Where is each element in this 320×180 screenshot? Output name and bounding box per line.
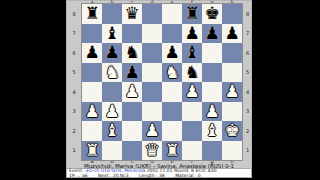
black-pawn-a6: ♟ — [84, 44, 99, 61]
black-pawn-e6: ♟ — [164, 44, 179, 61]
rank-label-4: 4 — [66, 82, 82, 102]
square-a3[interactable]: ♟ — [82, 102, 102, 122]
square-h8[interactable] — [222, 4, 242, 24]
white-pawn-h4: ♟ — [224, 83, 239, 100]
black-pawn-b6: ♟ — [104, 44, 119, 61]
square-h1[interactable] — [222, 141, 242, 161]
square-e8[interactable] — [162, 4, 182, 24]
rank-labels-left: 87654321 — [66, 4, 82, 160]
square-f1[interactable] — [182, 141, 202, 161]
rank-label-3: 3 — [66, 102, 82, 122]
square-f2[interactable] — [182, 121, 202, 141]
rank-label-3: 3 — [243, 102, 252, 122]
white-pawn-c4: ♟ — [124, 83, 139, 100]
square-b1[interactable] — [102, 141, 122, 161]
square-d6[interactable] — [142, 43, 162, 63]
square-f7[interactable]: ♟ — [182, 24, 202, 44]
black-rook-a8: ♜ — [84, 5, 99, 22]
rank-label-7: 7 — [243, 24, 252, 44]
square-a2[interactable] — [82, 121, 102, 141]
rank-labels-right: 87654321 — [243, 4, 252, 160]
square-e7[interactable] — [162, 24, 182, 44]
rank-label-5: 5 — [243, 63, 252, 83]
square-c6[interactable]: ♞ — [122, 43, 142, 63]
game-length: Length : 38 — [139, 173, 165, 178]
square-g1[interactable] — [202, 141, 222, 161]
white-knight-e5: ♞ — [164, 63, 179, 80]
square-c8[interactable]: ♛ — [122, 4, 142, 24]
square-d5[interactable] — [142, 63, 162, 83]
square-e1[interactable]: ♜ — [162, 141, 182, 161]
square-d1[interactable]: ♛ — [142, 141, 162, 161]
square-h2[interactable]: ♚ — [222, 121, 242, 141]
square-b8[interactable] — [102, 4, 122, 24]
square-g4[interactable] — [202, 82, 222, 102]
square-f3[interactable] — [182, 102, 202, 122]
white-bishop-b2: ♝ — [104, 122, 119, 139]
white-knight-b5: ♞ — [104, 63, 119, 80]
square-c1[interactable] — [122, 141, 142, 161]
black-rook-f8: ♜ — [184, 5, 199, 22]
rank-label-4: 4 — [243, 82, 252, 102]
square-f4[interactable]: ♟ — [182, 82, 202, 102]
black-pawn-g7: ♟ — [204, 24, 219, 41]
square-a7[interactable] — [82, 24, 102, 44]
rank-label-8: 8 — [243, 4, 252, 24]
square-g7[interactable]: ♟ — [202, 24, 222, 44]
black-knight-c6: ♞ — [124, 44, 139, 61]
rank-label-7: 7 — [66, 24, 82, 44]
chess-board: ♜♛♜♚♝♟♟♟♟♟♞♟♝♞♟♞♞♟♟♟♟♟♟♝♟♝♚♜♛♜ — [82, 4, 242, 160]
square-g6[interactable] — [202, 43, 222, 63]
rank-label-6: 6 — [243, 43, 252, 63]
square-c2[interactable] — [122, 121, 142, 141]
black-knight-f5: ♞ — [184, 63, 199, 80]
square-h3[interactable] — [222, 102, 242, 122]
square-d7[interactable] — [142, 24, 162, 44]
square-a5[interactable] — [82, 63, 102, 83]
white-pawn-d2: ♟ — [144, 122, 159, 139]
square-a8[interactable]: ♜ — [82, 4, 102, 24]
square-d2[interactable]: ♟ — [142, 121, 162, 141]
square-d8[interactable] — [142, 4, 162, 24]
square-d4[interactable] — [142, 82, 162, 102]
rank-label-1: 1 — [243, 141, 252, 161]
square-a1[interactable]: ♜ — [82, 141, 102, 161]
black-queen-c8: ♛ — [124, 5, 139, 22]
video-frame: abcdefgh 87654321 87654321 abcdefgh ♜♛♜♚… — [0, 0, 320, 180]
white-pawn-b3: ♟ — [104, 102, 119, 119]
black-bishop-f6: ♝ — [184, 44, 199, 61]
square-f8[interactable]: ♜ — [182, 4, 202, 24]
square-e2[interactable] — [162, 121, 182, 141]
square-e3[interactable] — [162, 102, 182, 122]
square-f5[interactable]: ♞ — [182, 63, 202, 83]
square-b4[interactable] — [102, 82, 122, 102]
black-pawn-c5: ♟ — [124, 63, 139, 80]
square-d3[interactable] — [142, 102, 162, 122]
square-h5[interactable] — [222, 63, 242, 83]
square-c4[interactable]: ♟ — [122, 82, 142, 102]
rank-label-2: 2 — [243, 121, 252, 141]
square-a4[interactable] — [82, 82, 102, 102]
rank-label-8: 8 — [66, 4, 82, 24]
black-pawn-f7: ♟ — [184, 24, 199, 41]
chess-board-frame: abcdefgh 87654321 87654321 abcdefgh ♜♛♜♚… — [66, 0, 252, 177]
black-pawn-h7: ♟ — [224, 24, 239, 41]
black-bishop-b7: ♝ — [104, 24, 119, 41]
square-c7[interactable] — [122, 24, 142, 44]
square-e5[interactable]: ♞ — [162, 63, 182, 83]
rank-label-6: 6 — [66, 43, 82, 63]
rank-label-2: 2 — [66, 121, 82, 141]
square-a6[interactable]: ♟ — [82, 43, 102, 63]
square-h7[interactable]: ♟ — [222, 24, 242, 44]
white-bishop-g2: ♝ — [204, 122, 219, 139]
square-g5[interactable] — [202, 63, 222, 83]
square-e4[interactable] — [162, 82, 182, 102]
next-move: Next : 20.Nc3 — [98, 173, 129, 178]
game-info-panel: Event : EU-ch U10 Girls, Peniscola 2002.… — [67, 169, 251, 177]
square-g8[interactable]: ♚ — [202, 4, 222, 24]
black-king-g8: ♚ — [204, 5, 219, 22]
square-h4[interactable]: ♟ — [222, 82, 242, 102]
square-b2[interactable]: ♝ — [102, 121, 122, 141]
material-balance: Material : 0 — [175, 173, 201, 178]
white-pawn-g3: ♟ — [204, 102, 219, 119]
square-c5[interactable]: ♟ — [122, 63, 142, 83]
white-pawn-a3: ♟ — [84, 102, 99, 119]
square-g2[interactable]: ♝ — [202, 121, 222, 141]
white-rook-e1: ♜ — [164, 141, 179, 158]
white-rook-a1: ♜ — [84, 141, 99, 158]
stats-line: 19 ... a6 Next : 20.Nc3 Length : 38 Mate… — [69, 174, 249, 179]
white-king-h2: ♚ — [224, 122, 239, 139]
square-b3[interactable]: ♟ — [102, 102, 122, 122]
square-b5[interactable]: ♞ — [102, 63, 122, 83]
square-e6[interactable]: ♟ — [162, 43, 182, 63]
square-h6[interactable] — [222, 43, 242, 63]
square-c3[interactable] — [122, 102, 142, 122]
rank-label-1: 1 — [66, 141, 82, 161]
white-queen-d1: ♛ — [144, 141, 159, 158]
last-move: 19 ... a6 — [69, 173, 88, 178]
white-pawn-f4: ♟ — [184, 83, 199, 100]
square-g3[interactable]: ♟ — [202, 102, 222, 122]
square-b6[interactable]: ♟ — [102, 43, 122, 63]
square-b7[interactable]: ♝ — [102, 24, 122, 44]
rank-label-5: 5 — [66, 63, 82, 83]
square-f6[interactable]: ♝ — [182, 43, 202, 63]
